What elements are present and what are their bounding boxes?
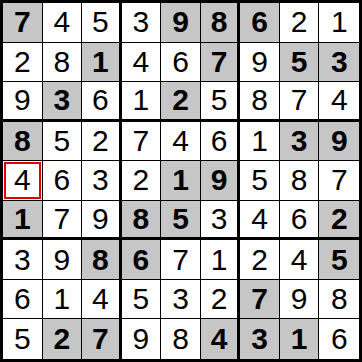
cell-r5c1[interactable]: 4 (3, 161, 43, 201)
cell-r7c1[interactable]: 3 (3, 240, 43, 280)
cell-r8c3[interactable]: 4 (82, 280, 122, 320)
cell-r9c9[interactable]: 6 (319, 319, 359, 359)
cell-r6c7[interactable]: 4 (240, 201, 280, 241)
cell-r5c2[interactable]: 6 (43, 161, 83, 201)
cell-r2c5[interactable]: 6 (161, 43, 201, 83)
cell-r9c2[interactable]: 2 (43, 319, 83, 359)
cell-r5c3[interactable]: 3 (82, 161, 122, 201)
cell-r1c3[interactable]: 5 (82, 3, 122, 43)
cell-r2c9[interactable]: 3 (319, 43, 359, 83)
cell-r3c7[interactable]: 8 (240, 82, 280, 122)
cell-r8c7[interactable]: 7 (240, 280, 280, 320)
cell-r5c6[interactable]: 9 (201, 161, 241, 201)
cell-r3c9[interactable]: 4 (319, 82, 359, 122)
cell-r9c6[interactable]: 4 (201, 319, 241, 359)
cell-r8c1[interactable]: 6 (3, 280, 43, 320)
cell-r7c3[interactable]: 8 (82, 240, 122, 280)
cell-r2c7[interactable]: 9 (240, 43, 280, 83)
cell-r7c6[interactable]: 1 (201, 240, 241, 280)
cell-r1c1[interactable]: 7 (3, 3, 43, 43)
cell-r7c9[interactable]: 5 (319, 240, 359, 280)
cell-r1c5[interactable]: 9 (161, 3, 201, 43)
cell-r6c2[interactable]: 7 (43, 201, 83, 241)
cell-r1c8[interactable]: 2 (280, 3, 320, 43)
cell-r1c2[interactable]: 4 (43, 3, 83, 43)
cell-r7c5[interactable]: 7 (161, 240, 201, 280)
cell-r1c7[interactable]: 6 (240, 3, 280, 43)
cell-r3c6[interactable]: 5 (201, 82, 241, 122)
cell-r4c2[interactable]: 5 (43, 122, 83, 162)
cell-r5c7[interactable]: 5 (240, 161, 280, 201)
cell-r5c8[interactable]: 8 (280, 161, 320, 201)
cell-r7c4[interactable]: 6 (122, 240, 162, 280)
cell-r9c8[interactable]: 1 (280, 319, 320, 359)
cell-r1c6[interactable]: 8 (201, 3, 241, 43)
cell-r2c8[interactable]: 5 (280, 43, 320, 83)
cell-r2c2[interactable]: 8 (43, 43, 83, 83)
cell-r8c6[interactable]: 2 (201, 280, 241, 320)
cell-r4c6[interactable]: 6 (201, 122, 241, 162)
cell-r7c2[interactable]: 9 (43, 240, 83, 280)
cell-r4c3[interactable]: 2 (82, 122, 122, 162)
cell-r3c5[interactable]: 2 (161, 82, 201, 122)
cell-r9c4[interactable]: 9 (122, 319, 162, 359)
cell-r7c8[interactable]: 4 (280, 240, 320, 280)
cell-r9c1[interactable]: 5 (3, 319, 43, 359)
cell-r6c5[interactable]: 5 (161, 201, 201, 241)
cell-r8c8[interactable]: 9 (280, 280, 320, 320)
cell-r3c2[interactable]: 3 (43, 82, 83, 122)
cell-r8c9[interactable]: 8 (319, 280, 359, 320)
cell-r1c9[interactable]: 1 (319, 3, 359, 43)
cell-r8c2[interactable]: 1 (43, 280, 83, 320)
cell-r8c5[interactable]: 3 (161, 280, 201, 320)
cell-r3c3[interactable]: 6 (82, 82, 122, 122)
cell-r2c3[interactable]: 1 (82, 43, 122, 83)
cell-r4c8[interactable]: 3 (280, 122, 320, 162)
cell-r4c1[interactable]: 8 (3, 122, 43, 162)
cell-r4c7[interactable]: 1 (240, 122, 280, 162)
cell-r2c1[interactable]: 2 (3, 43, 43, 83)
cell-r3c4[interactable]: 1 (122, 82, 162, 122)
cell-r6c3[interactable]: 9 (82, 201, 122, 241)
cell-r9c7[interactable]: 3 (240, 319, 280, 359)
cell-r6c9[interactable]: 2 (319, 201, 359, 241)
sudoku-board: 7453986212814679539361258748527461394632… (0, 0, 362, 362)
cell-r6c1[interactable]: 1 (3, 201, 43, 241)
cell-r1c4[interactable]: 3 (122, 3, 162, 43)
cell-r2c6[interactable]: 7 (201, 43, 241, 83)
cell-r5c5[interactable]: 1 (161, 161, 201, 201)
cell-r6c4[interactable]: 8 (122, 201, 162, 241)
cell-r2c4[interactable]: 4 (122, 43, 162, 83)
cell-r8c4[interactable]: 5 (122, 280, 162, 320)
cell-r4c9[interactable]: 9 (319, 122, 359, 162)
cell-r3c8[interactable]: 7 (280, 82, 320, 122)
cell-r4c4[interactable]: 7 (122, 122, 162, 162)
cell-r4c5[interactable]: 4 (161, 122, 201, 162)
cell-r7c7[interactable]: 2 (240, 240, 280, 280)
cell-r6c6[interactable]: 3 (201, 201, 241, 241)
cell-r5c9[interactable]: 7 (319, 161, 359, 201)
cell-r6c8[interactable]: 6 (280, 201, 320, 241)
cell-r3c1[interactable]: 9 (3, 82, 43, 122)
cell-r9c5[interactable]: 8 (161, 319, 201, 359)
cell-r9c3[interactable]: 7 (82, 319, 122, 359)
cell-r5c4[interactable]: 2 (122, 161, 162, 201)
